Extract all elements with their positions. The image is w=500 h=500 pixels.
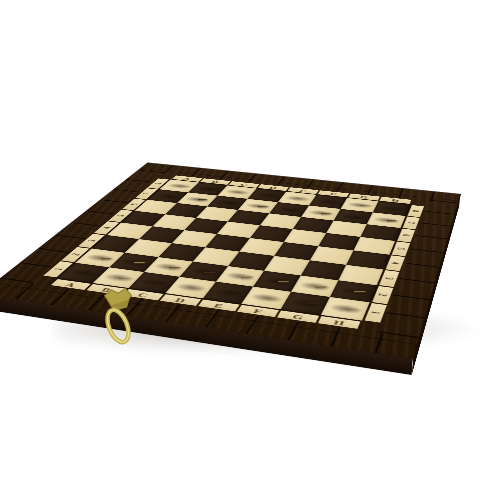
coord-front-d-label: D xyxy=(160,294,201,306)
coord-right-3-label: 3 xyxy=(379,270,399,287)
knight-icon: ♞ xyxy=(285,262,327,308)
chess-board: ABCDEFGH ABCDEFGH 87654321 87654321 ♜♞♝♛… xyxy=(0,163,460,358)
coord-front-a-label: A xyxy=(51,279,91,290)
knight-icon: ♞ xyxy=(99,239,138,283)
coord-right-2-label: 2 xyxy=(372,286,393,304)
square-f5 xyxy=(284,229,326,246)
brass-latch-icon xyxy=(96,288,146,352)
bishop-icon: ♝ xyxy=(245,256,287,303)
square-e5 xyxy=(250,225,293,242)
coord-front-f-label: F xyxy=(237,305,279,317)
coord-right-1-label: 1 xyxy=(365,303,387,323)
rook-icon: ♜ xyxy=(65,237,102,278)
product-photo: ABCDEFGH ABCDEFGH 87654321 87654321 ♜♞♝♛… xyxy=(0,0,500,500)
square-g5 xyxy=(318,233,360,250)
coord-front-e-label: E xyxy=(198,300,239,312)
scene: ABCDEFGH ABCDEFGH 87654321 87654321 ♜♞♝♛… xyxy=(0,0,500,500)
coord-front-h-label: H xyxy=(318,316,360,329)
rook-icon: ♜ xyxy=(326,270,366,315)
square-h5 xyxy=(354,237,396,255)
coord-right-6-label: 6 xyxy=(397,229,415,243)
coord-right-4-label: 4 xyxy=(386,255,405,271)
coord-right-7-label: 7 xyxy=(403,216,420,229)
coord-front-g-label: G xyxy=(277,310,319,322)
coord-right-5-label: 5 xyxy=(392,242,410,257)
square-h6 xyxy=(360,224,400,241)
coord-right-8-label: 8 xyxy=(408,205,424,217)
